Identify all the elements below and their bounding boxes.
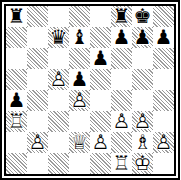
white-piece-outline-layer: ♙ — [27, 132, 48, 153]
piece-black-pawn[interactable]: ♟ — [153, 27, 174, 48]
square-c7[interactable]: ♛ — [48, 27, 69, 48]
piece-white-pawn[interactable]: ♟♙ — [48, 69, 69, 90]
white-piece-outline-layer: ♙ — [48, 69, 69, 90]
square-f8[interactable]: ♜ — [111, 6, 132, 27]
piece-white-king[interactable]: ♚♔ — [132, 153, 153, 174]
black-piece-layer: ♟ — [6, 90, 27, 111]
white-piece-outline-layer: ♖ — [6, 111, 27, 132]
black-piece-layer: ♚ — [132, 6, 153, 27]
square-h4[interactable] — [153, 90, 174, 111]
piece-white-pawn[interactable]: ♟♙ — [27, 132, 48, 153]
square-e8[interactable] — [90, 6, 111, 27]
square-a8[interactable]: ♜ — [6, 6, 27, 27]
square-a3[interactable]: ♜♖ — [6, 111, 27, 132]
square-c8[interactable] — [48, 6, 69, 27]
piece-black-rook[interactable]: ♜ — [6, 6, 27, 27]
square-d2[interactable]: ♛♕ — [69, 132, 90, 153]
square-a5[interactable] — [6, 69, 27, 90]
square-g3[interactable]: ♟♙ — [132, 111, 153, 132]
square-e2[interactable]: ♟♙ — [90, 132, 111, 153]
square-c5[interactable]: ♟♙ — [48, 69, 69, 90]
piece-black-rook[interactable]: ♜ — [111, 6, 132, 27]
piece-black-pawn[interactable]: ♟ — [69, 69, 90, 90]
square-f5[interactable] — [111, 69, 132, 90]
square-b7[interactable] — [27, 27, 48, 48]
black-piece-layer: ♟ — [69, 69, 90, 90]
square-b2[interactable]: ♟♙ — [27, 132, 48, 153]
square-c6[interactable] — [48, 48, 69, 69]
square-g7[interactable]: ♟ — [132, 27, 153, 48]
board-inner-frame: ♜♜♚♛♝♟♟♟♟♟♙♟♟♟♙♜♖♟♙♟♙♟♙♛♕♟♙♝♗♟♙♜♖♚♔ — [4, 4, 176, 176]
piece-white-rook[interactable]: ♜♖ — [111, 153, 132, 174]
piece-black-pawn[interactable]: ♟ — [132, 27, 153, 48]
piece-white-pawn[interactable]: ♟♙ — [132, 111, 153, 132]
square-c1[interactable] — [48, 153, 69, 174]
square-h1[interactable] — [153, 153, 174, 174]
piece-black-king[interactable]: ♚ — [132, 6, 153, 27]
black-piece-layer: ♟ — [132, 27, 153, 48]
square-d1[interactable] — [69, 153, 90, 174]
black-piece-layer: ♝ — [69, 27, 90, 48]
square-a4[interactable]: ♟ — [6, 90, 27, 111]
square-b8[interactable] — [27, 6, 48, 27]
white-piece-outline-layer: ♗ — [132, 132, 153, 153]
square-g1[interactable]: ♚♔ — [132, 153, 153, 174]
square-e5[interactable] — [90, 69, 111, 90]
square-a1[interactable] — [6, 153, 27, 174]
square-g6[interactable] — [132, 48, 153, 69]
square-b5[interactable] — [27, 69, 48, 90]
piece-white-bishop[interactable]: ♝♗ — [132, 132, 153, 153]
square-c4[interactable] — [48, 90, 69, 111]
white-piece-outline-layer: ♙ — [90, 132, 111, 153]
piece-white-pawn[interactable]: ♟♙ — [90, 132, 111, 153]
black-piece-layer: ♟ — [153, 27, 174, 48]
square-b6[interactable] — [27, 48, 48, 69]
square-e6[interactable]: ♟ — [90, 48, 111, 69]
white-piece-outline-layer: ♕ — [69, 132, 90, 153]
black-piece-layer: ♜ — [6, 6, 27, 27]
square-e7[interactable] — [90, 27, 111, 48]
white-piece-outline-layer: ♙ — [132, 111, 153, 132]
white-piece-outline-layer: ♙ — [153, 132, 174, 153]
square-f4[interactable] — [111, 90, 132, 111]
square-a7[interactable] — [6, 27, 27, 48]
piece-black-pawn[interactable]: ♟ — [90, 48, 111, 69]
piece-black-bishop[interactable]: ♝ — [69, 27, 90, 48]
square-e1[interactable] — [90, 153, 111, 174]
black-piece-layer: ♛ — [48, 27, 69, 48]
square-f1[interactable]: ♜♖ — [111, 153, 132, 174]
square-b3[interactable] — [27, 111, 48, 132]
black-piece-layer: ♟ — [111, 27, 132, 48]
piece-black-pawn[interactable]: ♟ — [6, 90, 27, 111]
black-piece-layer: ♜ — [111, 6, 132, 27]
square-h3[interactable] — [153, 111, 174, 132]
black-piece-layer: ♟ — [90, 48, 111, 69]
square-d3[interactable] — [69, 111, 90, 132]
square-g5[interactable] — [132, 69, 153, 90]
piece-black-queen[interactable]: ♛ — [48, 27, 69, 48]
square-f3[interactable]: ♟♙ — [111, 111, 132, 132]
square-d8[interactable] — [69, 6, 90, 27]
square-b1[interactable] — [27, 153, 48, 174]
square-g2[interactable]: ♝♗ — [132, 132, 153, 153]
white-piece-outline-layer: ♖ — [111, 153, 132, 174]
square-f2[interactable] — [111, 132, 132, 153]
square-h5[interactable] — [153, 69, 174, 90]
square-h2[interactable]: ♟♙ — [153, 132, 174, 153]
white-piece-outline-layer: ♔ — [132, 153, 153, 174]
square-d6[interactable] — [69, 48, 90, 69]
square-g8[interactable]: ♚ — [132, 6, 153, 27]
square-e3[interactable] — [90, 111, 111, 132]
piece-white-pawn[interactable]: ♟♙ — [69, 90, 90, 111]
board-outer-frame: ♜♜♚♛♝♟♟♟♟♟♙♟♟♟♙♜♖♟♙♟♙♟♙♛♕♟♙♝♗♟♙♜♖♚♔ — [0, 0, 180, 180]
square-d7[interactable]: ♝ — [69, 27, 90, 48]
square-a6[interactable] — [6, 48, 27, 69]
square-c2[interactable] — [48, 132, 69, 153]
square-h7[interactable]: ♟ — [153, 27, 174, 48]
square-d4[interactable]: ♟♙ — [69, 90, 90, 111]
piece-white-rook[interactable]: ♜♖ — [6, 111, 27, 132]
square-g4[interactable] — [132, 90, 153, 111]
square-b4[interactable] — [27, 90, 48, 111]
piece-white-pawn[interactable]: ♟♙ — [111, 111, 132, 132]
square-h8[interactable] — [153, 6, 174, 27]
square-c3[interactable] — [48, 111, 69, 132]
square-e4[interactable] — [90, 90, 111, 111]
square-f7[interactable]: ♟ — [111, 27, 132, 48]
square-h6[interactable] — [153, 48, 174, 69]
chessboard: ♜♜♚♛♝♟♟♟♟♟♙♟♟♟♙♜♖♟♙♟♙♟♙♛♕♟♙♝♗♟♙♜♖♚♔ — [6, 6, 174, 174]
piece-white-pawn[interactable]: ♟♙ — [153, 132, 174, 153]
white-piece-outline-layer: ♙ — [111, 111, 132, 132]
piece-white-queen[interactable]: ♛♕ — [69, 132, 90, 153]
square-a2[interactable] — [6, 132, 27, 153]
square-f6[interactable] — [111, 48, 132, 69]
piece-black-pawn[interactable]: ♟ — [111, 27, 132, 48]
square-d5[interactable]: ♟ — [69, 69, 90, 90]
white-piece-outline-layer: ♙ — [69, 90, 90, 111]
